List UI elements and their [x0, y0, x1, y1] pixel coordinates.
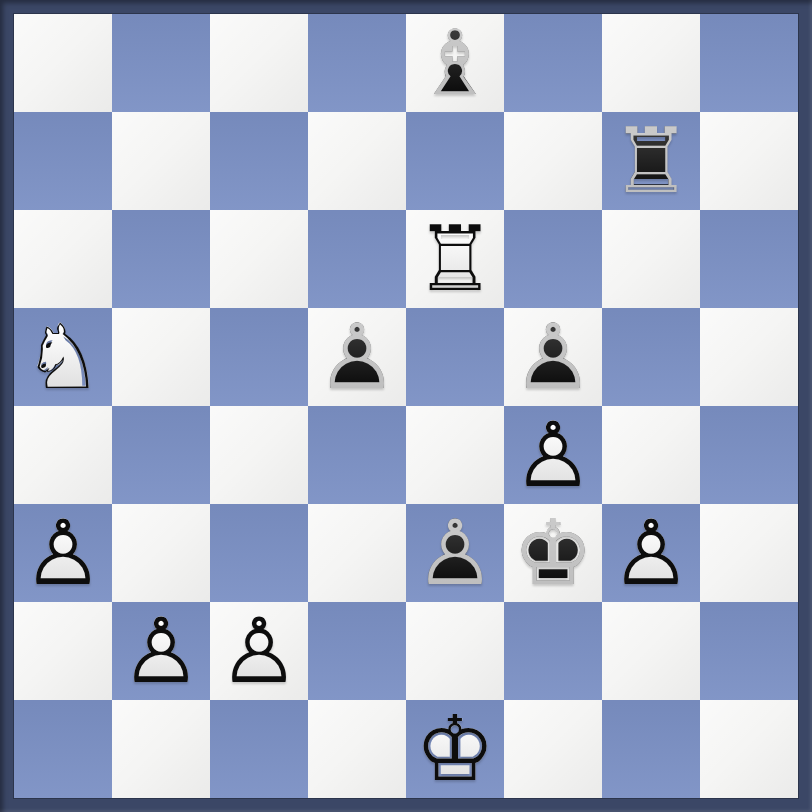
square-a2[interactable] — [14, 602, 112, 700]
square-b4[interactable] — [112, 406, 210, 504]
square-d4[interactable] — [308, 406, 406, 504]
square-a5[interactable]: ♞♘ — [14, 308, 112, 406]
square-e4[interactable] — [406, 406, 504, 504]
square-f6[interactable] — [504, 210, 602, 308]
piece-glyph-outline: ♙ — [14, 504, 112, 602]
square-b1[interactable] — [112, 700, 210, 798]
square-a3[interactable]: ♟♙ — [14, 504, 112, 602]
square-e7[interactable] — [406, 112, 504, 210]
square-g3[interactable]: ♟♙ — [602, 504, 700, 602]
square-e6[interactable]: ♜♖ — [406, 210, 504, 308]
square-a1[interactable] — [14, 700, 112, 798]
piece-glyph-outline: ♔ — [504, 504, 602, 602]
piece-white-pawn[interactable]: ♟♙ — [210, 602, 308, 700]
square-f7[interactable] — [504, 112, 602, 210]
square-d6[interactable] — [308, 210, 406, 308]
square-d7[interactable] — [308, 112, 406, 210]
square-c3[interactable] — [210, 504, 308, 602]
piece-glyph-outline: ♖ — [406, 210, 504, 308]
square-g2[interactable] — [602, 602, 700, 700]
square-f4[interactable]: ♟♙ — [504, 406, 602, 504]
piece-glyph-outline: ♔ — [406, 700, 504, 798]
piece-black-pawn[interactable]: ♟♙ — [406, 504, 504, 602]
square-b3[interactable] — [112, 504, 210, 602]
piece-glyph-outline: ♖ — [602, 112, 700, 210]
piece-glyph-outline: ♙ — [308, 308, 406, 406]
square-e2[interactable] — [406, 602, 504, 700]
square-h2[interactable] — [700, 602, 798, 700]
square-c8[interactable] — [210, 14, 308, 112]
square-f1[interactable] — [504, 700, 602, 798]
square-h5[interactable] — [700, 308, 798, 406]
square-a7[interactable] — [14, 112, 112, 210]
square-d5[interactable]: ♟♙ — [308, 308, 406, 406]
piece-white-rook[interactable]: ♜♖ — [406, 210, 504, 308]
square-h6[interactable] — [700, 210, 798, 308]
square-b2[interactable]: ♟♙ — [112, 602, 210, 700]
square-f3[interactable]: ♚♔ — [504, 504, 602, 602]
piece-black-bishop[interactable]: ♝♗ — [406, 14, 504, 112]
square-b6[interactable] — [112, 210, 210, 308]
square-e1[interactable]: ♚♔ — [406, 700, 504, 798]
square-h3[interactable] — [700, 504, 798, 602]
piece-white-pawn[interactable]: ♟♙ — [112, 602, 210, 700]
piece-glyph-outline: ♗ — [406, 14, 504, 112]
square-b5[interactable] — [112, 308, 210, 406]
piece-black-pawn[interactable]: ♟♙ — [308, 308, 406, 406]
board-frame: ♝♗♜♖♜♖♞♘♟♙♟♙♟♙♟♙♟♙♚♔♟♙♟♙♟♙♚♔ — [0, 0, 812, 812]
square-g4[interactable] — [602, 406, 700, 504]
piece-white-pawn[interactable]: ♟♙ — [14, 504, 112, 602]
square-a6[interactable] — [14, 210, 112, 308]
square-e8[interactable]: ♝♗ — [406, 14, 504, 112]
square-g8[interactable] — [602, 14, 700, 112]
piece-glyph-outline: ♙ — [602, 504, 700, 602]
square-h8[interactable] — [700, 14, 798, 112]
piece-glyph-outline: ♙ — [112, 602, 210, 700]
square-h1[interactable] — [700, 700, 798, 798]
square-d2[interactable] — [308, 602, 406, 700]
square-h4[interactable] — [700, 406, 798, 504]
piece-black-king[interactable]: ♚♔ — [504, 504, 602, 602]
square-g6[interactable] — [602, 210, 700, 308]
piece-white-pawn[interactable]: ♟♙ — [504, 406, 602, 504]
square-c5[interactable] — [210, 308, 308, 406]
chess-board: ♝♗♜♖♜♖♞♘♟♙♟♙♟♙♟♙♟♙♚♔♟♙♟♙♟♙♚♔ — [14, 14, 798, 798]
piece-glyph-outline: ♘ — [14, 308, 112, 406]
square-c1[interactable] — [210, 700, 308, 798]
square-g5[interactable] — [602, 308, 700, 406]
square-d3[interactable] — [308, 504, 406, 602]
piece-white-knight[interactable]: ♞♘ — [14, 308, 112, 406]
square-c4[interactable] — [210, 406, 308, 504]
square-f8[interactable] — [504, 14, 602, 112]
square-c7[interactable] — [210, 112, 308, 210]
square-e3[interactable]: ♟♙ — [406, 504, 504, 602]
square-a4[interactable] — [14, 406, 112, 504]
piece-white-king[interactable]: ♚♔ — [406, 700, 504, 798]
piece-glyph-outline: ♙ — [406, 504, 504, 602]
piece-glyph-outline: ♙ — [504, 308, 602, 406]
square-c6[interactable] — [210, 210, 308, 308]
square-f5[interactable]: ♟♙ — [504, 308, 602, 406]
square-e5[interactable] — [406, 308, 504, 406]
square-f2[interactable] — [504, 602, 602, 700]
square-d8[interactable] — [308, 14, 406, 112]
square-d1[interactable] — [308, 700, 406, 798]
piece-white-pawn[interactable]: ♟♙ — [602, 504, 700, 602]
piece-glyph-outline: ♙ — [210, 602, 308, 700]
square-g7[interactable]: ♜♖ — [602, 112, 700, 210]
square-h7[interactable] — [700, 112, 798, 210]
square-c2[interactable]: ♟♙ — [210, 602, 308, 700]
piece-black-rook[interactable]: ♜♖ — [602, 112, 700, 210]
square-b7[interactable] — [112, 112, 210, 210]
square-a8[interactable] — [14, 14, 112, 112]
square-g1[interactable] — [602, 700, 700, 798]
piece-glyph-outline: ♙ — [504, 406, 602, 504]
piece-black-pawn[interactable]: ♟♙ — [504, 308, 602, 406]
square-b8[interactable] — [112, 14, 210, 112]
